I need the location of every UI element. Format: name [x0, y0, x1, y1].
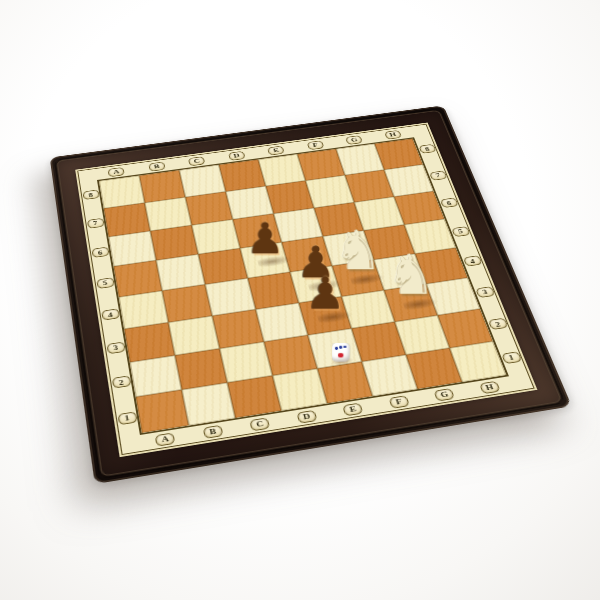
- coordinate-badge: C: [249, 417, 270, 431]
- photo-background: ABCDEFGH ABCDEFGH 87654321 87654321 ♟♟♟♞…: [0, 0, 600, 600]
- coordinate-badge: 4: [462, 255, 482, 266]
- piece-white-knight-g3: ♞: [376, 248, 445, 303]
- coordinate-badge: 4: [101, 309, 120, 321]
- coordinate-badge: 7: [86, 218, 104, 229]
- die-front-pip: [338, 353, 344, 358]
- coordinate-badge: 2: [487, 318, 508, 330]
- coordinate-badge: 5: [96, 277, 115, 289]
- coordinate-badge: 1: [501, 351, 522, 364]
- die-top-pip: [344, 345, 347, 348]
- chess-board: ABCDEFGH ABCDEFGH 87654321 87654321 ♟♟♟♞…: [50, 105, 572, 484]
- coordinate-badge: E: [342, 402, 363, 416]
- file-label-top-G: G: [333, 132, 376, 148]
- coordinate-badge: H: [384, 130, 402, 140]
- coordinate-badge: C: [188, 156, 205, 166]
- coordinate-badge: 8: [82, 190, 99, 200]
- die: [332, 343, 350, 362]
- coordinate-badge: A: [108, 167, 125, 177]
- coordinate-badge: 6: [439, 198, 458, 209]
- coordinate-badge: 5: [451, 226, 470, 237]
- coordinate-badge: B: [202, 424, 223, 438]
- coordinate-badge: F: [388, 395, 409, 409]
- coordinate-badge: 3: [106, 341, 125, 354]
- coordinate-badge: F: [306, 140, 324, 150]
- coordinate-badge: 3: [475, 286, 495, 298]
- coordinate-badge: A: [155, 432, 176, 446]
- coordinate-badge: 6: [91, 247, 109, 258]
- coordinate-badge: D: [228, 151, 246, 161]
- coordinate-badge: 1: [117, 411, 137, 425]
- die-top-pip: [335, 347, 338, 350]
- board-frame: ABCDEFGH ABCDEFGH 87654321 87654321 ♟♟♟♞…: [50, 105, 572, 484]
- coordinate-badge: E: [267, 145, 285, 155]
- coordinate-badge: H: [479, 380, 501, 393]
- coordinate-badge: 2: [111, 376, 131, 389]
- die-top-pip: [339, 346, 342, 349]
- coordinate-badge: G: [345, 135, 363, 145]
- piece-black-pawn-e3: ♟: [290, 271, 360, 315]
- coordinate-badge: 7: [429, 170, 448, 180]
- coordinate-badge: 8: [418, 144, 436, 154]
- board-inner-surface: ABCDEFGH ABCDEFGH 87654321 87654321 ♟♟♟♞…: [77, 124, 534, 455]
- coordinate-badge: D: [296, 409, 317, 423]
- coordinate-badge: G: [434, 388, 455, 402]
- coordinate-badge: B: [148, 161, 165, 171]
